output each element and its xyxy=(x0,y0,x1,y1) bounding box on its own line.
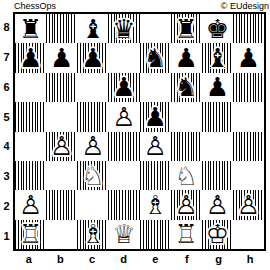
file-label-g: g xyxy=(203,252,235,268)
piece-glyph: ♟ xyxy=(77,43,108,72)
square-f4[interactable] xyxy=(171,132,202,161)
square-g2[interactable]: ♟♙ xyxy=(202,190,233,219)
header-bar: ChessOps © EUdesign xyxy=(13,0,270,12)
square-c8[interactable]: ♝♝ xyxy=(77,14,108,43)
piece-glyph: ♚ xyxy=(202,14,233,43)
square-a1[interactable]: ♜♖ xyxy=(15,220,46,249)
white-king: ♚♔ xyxy=(202,220,233,249)
square-d6[interactable]: ♟♟ xyxy=(108,73,139,102)
piece-glyph: ♙ xyxy=(233,190,264,219)
app-title: ChessOps xyxy=(13,1,57,12)
square-g3[interactable] xyxy=(202,161,233,190)
piece-glyph: ♕ xyxy=(108,220,139,249)
square-c4[interactable]: ♟♙ xyxy=(77,132,108,161)
piece-glyph: ♟ xyxy=(46,43,77,72)
square-b5[interactable] xyxy=(46,102,77,131)
white-knight: ♞♘ xyxy=(171,161,202,190)
square-g5[interactable] xyxy=(202,102,233,131)
piece-glyph: ♙ xyxy=(77,132,108,161)
file-label-b: b xyxy=(45,252,77,268)
square-d2[interactable] xyxy=(108,190,139,219)
square-c1[interactable]: ♝♗ xyxy=(77,220,108,249)
black-pawn: ♟♟ xyxy=(202,73,233,102)
square-f1[interactable]: ♜♖ xyxy=(171,220,202,249)
white-queen: ♛♕ xyxy=(108,220,139,249)
rank-labels: 87654321 xyxy=(0,12,13,251)
chess-board: ♜♜♝♝♛♛♜♜♚♚♟♟♟♟♟♟♞♞♟♟♝♝♟♟♟♟♞♞♟♟♟♙♟♟♟♙♟♙♟♙… xyxy=(15,14,264,249)
square-d5[interactable]: ♟♙ xyxy=(108,102,139,131)
black-king: ♚♚ xyxy=(202,14,233,43)
piece-glyph: ♙ xyxy=(171,190,202,219)
black-bishop: ♝♝ xyxy=(77,14,108,43)
black-knight: ♞♞ xyxy=(171,73,202,102)
square-f3[interactable]: ♞♘ xyxy=(171,161,202,190)
piece-glyph: ♗ xyxy=(140,190,171,219)
rank-label-6: 6 xyxy=(0,72,13,102)
piece-glyph: ♔ xyxy=(202,220,233,249)
square-e5[interactable]: ♟♟ xyxy=(140,102,171,131)
square-c6[interactable] xyxy=(77,73,108,102)
square-b6[interactable] xyxy=(46,73,77,102)
square-a7[interactable]: ♟♟ xyxy=(15,43,46,72)
piece-glyph: ♝ xyxy=(202,43,233,72)
square-b8[interactable] xyxy=(46,14,77,43)
piece-glyph: ♟ xyxy=(108,73,139,102)
square-a3[interactable] xyxy=(15,161,46,190)
copyright-credit: © EUdesign xyxy=(220,1,270,12)
piece-glyph: ♙ xyxy=(202,190,233,219)
white-pawn: ♟♙ xyxy=(108,102,139,131)
piece-glyph: ♟ xyxy=(140,102,171,131)
white-rook: ♜♖ xyxy=(171,220,202,249)
square-a2[interactable]: ♟♙ xyxy=(15,190,46,219)
white-pawn: ♟♙ xyxy=(202,190,233,219)
white-pawn: ♟♙ xyxy=(171,190,202,219)
square-h6[interactable] xyxy=(233,73,264,102)
black-rook: ♜♜ xyxy=(15,14,46,43)
square-b1[interactable] xyxy=(46,220,77,249)
square-h8[interactable] xyxy=(233,14,264,43)
file-label-f: f xyxy=(171,252,203,268)
square-d3[interactable] xyxy=(108,161,139,190)
square-b3[interactable] xyxy=(46,161,77,190)
square-b7[interactable]: ♟♟ xyxy=(46,43,77,72)
piece-glyph: ♙ xyxy=(140,132,171,161)
square-g6[interactable]: ♟♟ xyxy=(202,73,233,102)
piece-glyph: ♟ xyxy=(233,43,264,72)
square-e2[interactable]: ♝♗ xyxy=(140,190,171,219)
square-h2[interactable]: ♟♙ xyxy=(233,190,264,219)
square-h3[interactable] xyxy=(233,161,264,190)
square-b2[interactable] xyxy=(46,190,77,219)
square-d8[interactable]: ♛♛ xyxy=(108,14,139,43)
white-knight: ♞♘ xyxy=(77,161,108,190)
white-bishop: ♝♗ xyxy=(77,220,108,249)
black-pawn: ♟♟ xyxy=(15,43,46,72)
rank-label-3: 3 xyxy=(0,161,13,191)
square-d7[interactable] xyxy=(108,43,139,72)
file-label-a: a xyxy=(13,252,45,268)
square-f7[interactable]: ♟♟ xyxy=(171,43,202,72)
square-e1[interactable] xyxy=(140,220,171,249)
square-h5[interactable] xyxy=(233,102,264,131)
black-pawn: ♟♟ xyxy=(108,73,139,102)
chessops-window: ChessOps © EUdesign 87654321 ♜♜♝♝♛♛♜♜♚♚♟… xyxy=(0,0,270,270)
piece-glyph: ♞ xyxy=(140,43,171,72)
square-e7[interactable]: ♞♞ xyxy=(140,43,171,72)
board-frame: ♜♜♝♝♛♛♜♜♚♚♟♟♟♟♟♟♞♞♟♟♝♝♟♟♟♟♞♞♟♟♟♙♟♟♟♙♟♙♟♙… xyxy=(13,12,266,251)
piece-glyph: ♙ xyxy=(108,102,139,131)
piece-glyph: ♗ xyxy=(77,220,108,249)
piece-glyph: ♘ xyxy=(77,161,108,190)
piece-glyph: ♜ xyxy=(171,14,202,43)
square-g7[interactable]: ♝♝ xyxy=(202,43,233,72)
square-d4[interactable] xyxy=(108,132,139,161)
square-a8[interactable]: ♜♜ xyxy=(15,14,46,43)
square-g1[interactable]: ♚♔ xyxy=(202,220,233,249)
square-e6[interactable] xyxy=(140,73,171,102)
square-a6[interactable] xyxy=(15,73,46,102)
square-g8[interactable]: ♚♚ xyxy=(202,14,233,43)
piece-glyph: ♜ xyxy=(15,14,46,43)
white-pawn: ♟♙ xyxy=(15,190,46,219)
rank-label-8: 8 xyxy=(0,12,13,42)
square-e4[interactable]: ♟♙ xyxy=(140,132,171,161)
black-knight: ♞♞ xyxy=(140,43,171,72)
rank-label-1: 1 xyxy=(0,221,13,251)
black-pawn: ♟♟ xyxy=(140,102,171,131)
black-queen: ♛♛ xyxy=(108,14,139,43)
white-pawn: ♟♙ xyxy=(46,132,77,161)
square-e3[interactable] xyxy=(140,161,171,190)
square-a4[interactable] xyxy=(15,132,46,161)
black-bishop: ♝♝ xyxy=(202,43,233,72)
file-label-d: d xyxy=(108,252,140,268)
square-c3[interactable]: ♞♘ xyxy=(77,161,108,190)
white-bishop: ♝♗ xyxy=(140,190,171,219)
white-rook: ♜♖ xyxy=(15,220,46,249)
square-f2[interactable]: ♟♙ xyxy=(171,190,202,219)
square-h4[interactable] xyxy=(233,132,264,161)
piece-glyph: ♟ xyxy=(171,43,202,72)
piece-glyph: ♙ xyxy=(46,132,77,161)
black-rook: ♜♜ xyxy=(171,14,202,43)
black-pawn: ♟♟ xyxy=(171,43,202,72)
file-label-e: e xyxy=(140,252,172,268)
rank-label-7: 7 xyxy=(0,42,13,72)
piece-glyph: ♙ xyxy=(15,190,46,219)
black-pawn: ♟♟ xyxy=(233,43,264,72)
square-h7[interactable]: ♟♟ xyxy=(233,43,264,72)
piece-glyph: ♟ xyxy=(202,73,233,102)
piece-glyph: ♟ xyxy=(15,43,46,72)
white-pawn: ♟♙ xyxy=(140,132,171,161)
square-d1[interactable]: ♛♕ xyxy=(108,220,139,249)
square-h1[interactable] xyxy=(233,220,264,249)
square-f8[interactable]: ♜♜ xyxy=(171,14,202,43)
black-pawn: ♟♟ xyxy=(77,43,108,72)
square-c2[interactable] xyxy=(77,190,108,219)
black-pawn: ♟♟ xyxy=(46,43,77,72)
file-labels: abcdefgh xyxy=(13,252,266,268)
white-pawn: ♟♙ xyxy=(77,132,108,161)
rank-label-2: 2 xyxy=(0,191,13,221)
piece-glyph: ♝ xyxy=(77,14,108,43)
rank-label-5: 5 xyxy=(0,102,13,132)
piece-glyph: ♖ xyxy=(15,220,46,249)
piece-glyph: ♛ xyxy=(108,14,139,43)
square-e8[interactable] xyxy=(140,14,171,43)
square-f6[interactable]: ♞♞ xyxy=(171,73,202,102)
square-c5[interactable] xyxy=(77,102,108,131)
piece-glyph: ♞ xyxy=(171,73,202,102)
file-label-c: c xyxy=(76,252,108,268)
piece-glyph: ♖ xyxy=(171,220,202,249)
white-pawn: ♟♙ xyxy=(233,190,264,219)
square-g4[interactable] xyxy=(202,132,233,161)
square-b4[interactable]: ♟♙ xyxy=(46,132,77,161)
square-f5[interactable] xyxy=(171,102,202,131)
rank-label-4: 4 xyxy=(0,132,13,162)
square-c7[interactable]: ♟♟ xyxy=(77,43,108,72)
file-label-h: h xyxy=(234,252,266,268)
piece-glyph: ♘ xyxy=(171,161,202,190)
square-a5[interactable] xyxy=(15,102,46,131)
